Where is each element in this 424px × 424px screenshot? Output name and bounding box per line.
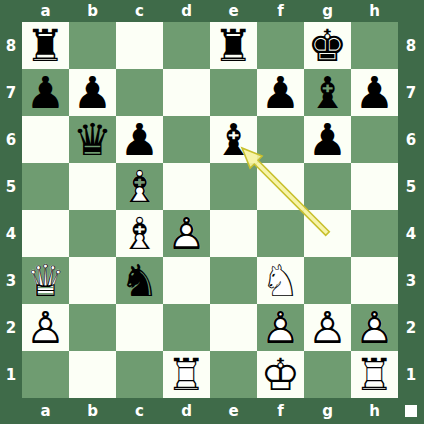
rank-label-6-left: 6 [0,116,22,163]
piece-white-pawn-h2: ♟♙ [351,304,398,351]
square-d5[interactable] [163,163,210,210]
piece-black-pawn-h7: ♟ [351,69,398,116]
square-c8[interactable] [116,22,163,69]
piece-outline: ♙ [257,304,304,351]
file-label-c-bottom: c [116,398,163,424]
rank-label-1-left: 1 [0,351,22,398]
piece-outline: ♙ [22,304,69,351]
square-a1[interactable] [22,351,69,398]
square-f6[interactable] [257,116,304,163]
square-b4[interactable] [69,210,116,257]
file-label-a-top: a [22,0,69,22]
rank-labels-left: 87654321 [0,22,22,398]
square-e5[interactable] [210,163,257,210]
square-d8[interactable] [163,22,210,69]
piece-glyph: ♟ [22,69,69,116]
file-label-a-bottom: a [22,398,69,424]
square-g5[interactable] [304,163,351,210]
rank-label-6-right: 6 [398,116,424,163]
square-c2[interactable] [116,304,163,351]
piece-glyph: ♟ [116,116,163,163]
piece-black-rook-a8: ♜ [22,22,69,69]
piece-white-queen-a3: ♛♕ [22,257,69,304]
rank-label-3-right: 3 [398,257,424,304]
square-e7[interactable] [210,69,257,116]
square-g2[interactable]: ♟♙ [304,304,351,351]
square-h8[interactable] [351,22,398,69]
square-a2[interactable]: ♟♙ [22,304,69,351]
square-h1[interactable]: ♜♖ [351,351,398,398]
piece-white-pawn-g2: ♟♙ [304,304,351,351]
piece-outline: ♗ [116,210,163,257]
rank-label-2-right: 2 [398,304,424,351]
square-b1[interactable] [69,351,116,398]
square-g6[interactable]: ♟ [304,116,351,163]
rank-label-5-right: 5 [398,163,424,210]
piece-black-pawn-c6: ♟ [116,116,163,163]
piece-white-pawn-f2: ♟♙ [257,304,304,351]
square-a5[interactable] [22,163,69,210]
file-label-e-bottom: e [210,398,257,424]
file-labels-bottom: abcdefgh [22,398,398,424]
rank-label-7-right: 7 [398,69,424,116]
file-label-h-top: h [351,0,398,22]
square-d2[interactable] [163,304,210,351]
file-label-f-bottom: f [257,398,304,424]
piece-glyph: ♞ [116,257,163,304]
piece-black-queen-b6: ♛ [69,116,116,163]
rank-label-7-left: 7 [0,69,22,116]
piece-black-pawn-b7: ♟ [69,69,116,116]
piece-outline: ♖ [351,351,398,398]
square-c6[interactable]: ♟ [116,116,163,163]
square-e6[interactable]: ♝ [210,116,257,163]
piece-black-pawn-g6: ♟ [304,116,351,163]
square-b7[interactable]: ♟ [69,69,116,116]
rank-labels-right: 87654321 [398,22,424,398]
square-b6[interactable]: ♛ [69,116,116,163]
rank-label-8-right: 8 [398,22,424,69]
rank-label-1-right: 1 [398,351,424,398]
square-c7[interactable] [116,69,163,116]
piece-black-rook-e8: ♜ [210,22,257,69]
square-d6[interactable] [163,116,210,163]
square-f1[interactable]: ♚♔ [257,351,304,398]
file-labels-top: abcdefgh [22,0,398,22]
piece-outline: ♕ [22,257,69,304]
piece-glyph: ♟ [257,69,304,116]
piece-white-bishop-c5: ♝♗ [116,163,163,210]
file-label-b-bottom: b [69,398,116,424]
piece-black-knight-c3: ♞ [116,257,163,304]
square-e8[interactable]: ♜ [210,22,257,69]
piece-white-pawn-d4: ♟♙ [163,210,210,257]
square-g4[interactable] [304,210,351,257]
file-label-f-top: f [257,0,304,22]
square-f7[interactable]: ♟ [257,69,304,116]
rank-label-3-left: 3 [0,257,22,304]
side-to-move-indicator [405,405,417,417]
piece-white-knight-f3: ♞♘ [257,257,304,304]
piece-outline: ♖ [163,351,210,398]
square-a7[interactable]: ♟ [22,69,69,116]
chess-board[interactable]: ♜♜♚♟♟♟♝♟♛♟♝♟♝♗♝♗♟♙♛♕♞♞♘♟♙♟♙♟♙♟♙♜♖♚♔♜♖ [22,22,398,398]
piece-outline: ♙ [304,304,351,351]
rank-label-4-left: 4 [0,210,22,257]
square-h3[interactable] [351,257,398,304]
piece-glyph: ♝ [210,116,257,163]
square-g3[interactable] [304,257,351,304]
square-h6[interactable] [351,116,398,163]
square-c5[interactable]: ♝♗ [116,163,163,210]
square-f2[interactable]: ♟♙ [257,304,304,351]
square-a3[interactable]: ♛♕ [22,257,69,304]
square-e3[interactable] [210,257,257,304]
square-f4[interactable] [257,210,304,257]
piece-black-pawn-f7: ♟ [257,69,304,116]
file-label-b-top: b [69,0,116,22]
rank-label-8-left: 8 [0,22,22,69]
square-d4[interactable]: ♟♙ [163,210,210,257]
square-b5[interactable] [69,163,116,210]
rank-label-4-right: 4 [398,210,424,257]
piece-black-bishop-e6: ♝ [210,116,257,163]
piece-outline: ♙ [163,210,210,257]
square-b2[interactable] [69,304,116,351]
square-a4[interactable] [22,210,69,257]
square-f5[interactable] [257,163,304,210]
piece-outline: ♙ [351,304,398,351]
square-c1[interactable] [116,351,163,398]
square-e1[interactable] [210,351,257,398]
square-h5[interactable] [351,163,398,210]
piece-white-bishop-c4: ♝♗ [116,210,163,257]
square-f8[interactable] [257,22,304,69]
square-e2[interactable] [210,304,257,351]
piece-white-rook-d1: ♜♖ [163,351,210,398]
piece-glyph: ♝ [304,69,351,116]
square-a6[interactable] [22,116,69,163]
square-h2[interactable]: ♟♙ [351,304,398,351]
piece-black-pawn-a7: ♟ [22,69,69,116]
file-label-d-bottom: d [163,398,210,424]
file-label-g-top: g [304,0,351,22]
file-label-g-bottom: g [304,398,351,424]
rank-label-5-left: 5 [0,163,22,210]
piece-white-pawn-a2: ♟♙ [22,304,69,351]
file-label-e-top: e [210,0,257,22]
square-b8[interactable] [69,22,116,69]
square-f3[interactable]: ♞♘ [257,257,304,304]
piece-outline: ♘ [257,257,304,304]
square-a8[interactable]: ♜ [22,22,69,69]
chess-puzzle-frame: abcdefgh abcdefgh 87654321 87654321 ♜♜♚♟… [0,0,424,424]
piece-glyph: ♛ [69,116,116,163]
square-h4[interactable] [351,210,398,257]
piece-glyph: ♟ [304,116,351,163]
file-label-h-bottom: h [351,398,398,424]
piece-glyph: ♜ [210,22,257,69]
square-c4[interactable]: ♝♗ [116,210,163,257]
square-d1[interactable]: ♜♖ [163,351,210,398]
square-d3[interactable] [163,257,210,304]
piece-glyph: ♜ [22,22,69,69]
piece-black-king-g8: ♚ [304,22,351,69]
square-g7[interactable]: ♝ [304,69,351,116]
square-g1[interactable] [304,351,351,398]
piece-white-king-f1: ♚♔ [257,351,304,398]
piece-glyph: ♟ [69,69,116,116]
square-d7[interactable] [163,69,210,116]
square-c3[interactable]: ♞ [116,257,163,304]
file-label-c-top: c [116,0,163,22]
file-label-d-top: d [163,0,210,22]
piece-outline: ♗ [116,163,163,210]
square-h7[interactable]: ♟ [351,69,398,116]
piece-white-rook-h1: ♜♖ [351,351,398,398]
piece-black-bishop-g7: ♝ [304,69,351,116]
square-b3[interactable] [69,257,116,304]
rank-label-2-left: 2 [0,304,22,351]
square-g8[interactable]: ♚ [304,22,351,69]
piece-outline: ♔ [257,351,304,398]
piece-glyph: ♚ [304,22,351,69]
piece-glyph: ♟ [351,69,398,116]
square-e4[interactable] [210,210,257,257]
